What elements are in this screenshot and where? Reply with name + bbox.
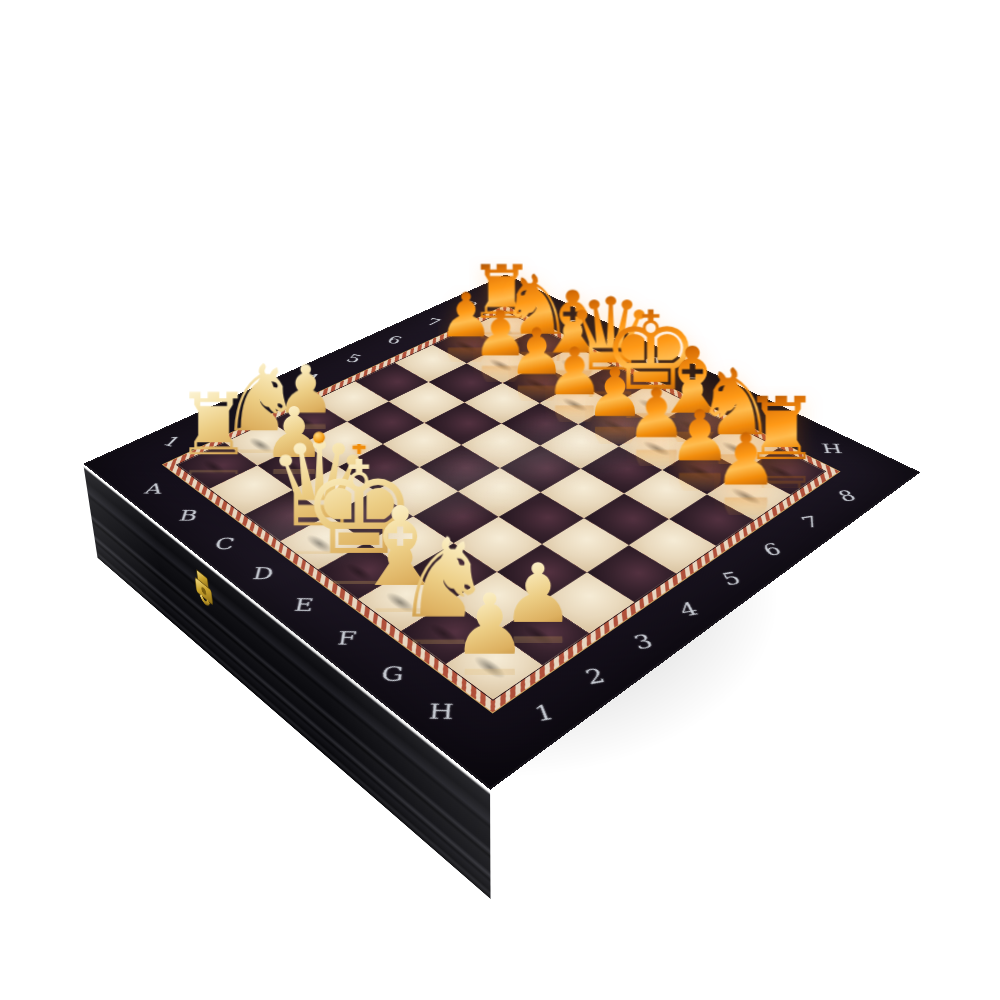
amber-cross-finial: ✚: [351, 439, 366, 457]
brass-latch-icon[interactable]: [187, 560, 219, 621]
photo-scene: ABCDEFGH ABCDEFGH 87654321 87654321 ♜♞♝♛…: [0, 0, 1000, 1000]
glyph-char: ♟: [452, 583, 528, 667]
piece-glyph-pawn: ♟: [714, 424, 779, 496]
piece-glyph-pawn: ♟: [452, 583, 528, 667]
glyph-char: ♟: [714, 424, 779, 496]
product-photo-background: ABCDEFGH ABCDEFGH 87654321 87654321 ♜♞♝♛…: [0, 0, 1000, 1000]
square-h7[interactable]: ♟: [707, 470, 790, 519]
